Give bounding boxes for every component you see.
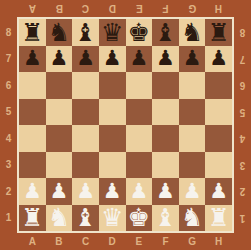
square-e1[interactable]: ♚: [126, 205, 153, 232]
square-a2[interactable]: ♟: [19, 178, 46, 205]
square-g3[interactable]: [179, 152, 206, 179]
piece-white-pawn[interactable]: ♟: [50, 181, 69, 202]
square-e5[interactable]: [126, 99, 153, 126]
piece-white-bishop[interactable]: ♝: [154, 205, 176, 230]
square-e2[interactable]: ♟: [126, 178, 153, 205]
piece-white-king[interactable]: ♚: [128, 205, 150, 230]
coordinate-label: 4: [0, 125, 17, 152]
piece-white-pawn[interactable]: ♟: [76, 181, 95, 202]
coordinate-label: C: [72, 0, 99, 17]
piece-black-rook[interactable]: ♜: [207, 20, 229, 45]
square-d3[interactable]: [99, 152, 126, 179]
piece-black-pawn[interactable]: ♟: [183, 48, 202, 69]
square-a5[interactable]: [19, 99, 46, 126]
coordinate-label: H: [205, 0, 232, 17]
board-grid: ♜♞♝♛♚♝♞♜♟♟♟♟♟♟♟♟♟♟♟♟♟♟♟♟♜♞♝♛♚♝♞♜: [19, 19, 232, 231]
rank-labels-left: 87654321: [0, 19, 17, 231]
square-g2[interactable]: ♟: [179, 178, 206, 205]
square-a6[interactable]: [19, 72, 46, 99]
coordinate-label: 3: [0, 152, 17, 179]
square-h7[interactable]: ♟: [205, 46, 232, 73]
square-h3[interactable]: [205, 152, 232, 179]
square-c7[interactable]: ♟: [72, 46, 99, 73]
square-d6[interactable]: [99, 72, 126, 99]
coordinate-label: 5: [234, 99, 251, 126]
square-a3[interactable]: [19, 152, 46, 179]
square-h6[interactable]: [205, 72, 232, 99]
piece-white-pawn[interactable]: ♟: [129, 181, 148, 202]
square-d8[interactable]: ♛: [99, 19, 126, 46]
square-f3[interactable]: [152, 152, 179, 179]
coordinate-label: G: [179, 233, 206, 250]
coordinate-label: B: [46, 233, 73, 250]
square-f5[interactable]: [152, 99, 179, 126]
coordinate-label: F: [152, 0, 179, 17]
square-e4[interactable]: [126, 125, 153, 152]
square-b8[interactable]: ♞: [46, 19, 73, 46]
square-h1[interactable]: ♜: [205, 205, 232, 232]
piece-white-knight[interactable]: ♞: [181, 205, 203, 230]
coordinate-label: 6: [234, 72, 251, 99]
coordinate-label: 6: [0, 72, 17, 99]
square-c1[interactable]: ♝: [72, 205, 99, 232]
square-b4[interactable]: [46, 125, 73, 152]
piece-white-bishop[interactable]: ♝: [74, 205, 96, 230]
square-d5[interactable]: [99, 99, 126, 126]
coordinate-label: 5: [0, 99, 17, 126]
square-c3[interactable]: [72, 152, 99, 179]
coordinate-label: 3: [234, 152, 251, 179]
square-h2[interactable]: ♟: [205, 178, 232, 205]
piece-white-pawn[interactable]: ♟: [156, 181, 175, 202]
piece-black-pawn[interactable]: ♟: [23, 48, 42, 69]
coordinate-label: 8: [0, 19, 17, 46]
square-b7[interactable]: ♟: [46, 46, 73, 73]
piece-black-bishop[interactable]: ♝: [74, 20, 96, 45]
piece-white-pawn[interactable]: ♟: [23, 181, 42, 202]
square-b5[interactable]: [46, 99, 73, 126]
piece-black-knight[interactable]: ♞: [48, 20, 70, 45]
piece-black-pawn[interactable]: ♟: [76, 48, 95, 69]
piece-white-pawn[interactable]: ♟: [209, 181, 228, 202]
coordinate-label: 1: [0, 205, 17, 232]
square-b1[interactable]: ♞: [46, 205, 73, 232]
square-h8[interactable]: ♜: [205, 19, 232, 46]
piece-black-king[interactable]: ♚: [128, 20, 150, 45]
piece-black-pawn[interactable]: ♟: [50, 48, 69, 69]
coordinate-label: B: [46, 0, 73, 17]
square-g5[interactable]: [179, 99, 206, 126]
file-labels-top: ABCDEFGH: [19, 0, 232, 17]
square-a4[interactable]: [19, 125, 46, 152]
square-g4[interactable]: [179, 125, 206, 152]
square-e3[interactable]: [126, 152, 153, 179]
square-b6[interactable]: [46, 72, 73, 99]
coordinate-label: 2: [234, 178, 251, 205]
square-b3[interactable]: [46, 152, 73, 179]
piece-black-pawn[interactable]: ♟: [156, 48, 175, 69]
coordinate-label: 7: [234, 46, 251, 73]
square-f7[interactable]: ♟: [152, 46, 179, 73]
coordinate-label: G: [179, 0, 206, 17]
square-f6[interactable]: [152, 72, 179, 99]
coordinate-label: 2: [0, 178, 17, 205]
coordinate-label: 1: [234, 205, 251, 232]
board-inner-line: ♜♞♝♛♚♝♞♜♟♟♟♟♟♟♟♟♟♟♟♟♟♟♟♟♜♞♝♛♚♝♞♜: [17, 17, 234, 233]
coordinate-label: A: [19, 0, 46, 17]
piece-white-knight[interactable]: ♞: [48, 205, 70, 230]
coordinate-label: C: [72, 233, 99, 250]
rank-labels-right: 87654321: [234, 19, 251, 231]
coordinate-label: 8: [234, 19, 251, 46]
piece-white-pawn[interactable]: ♟: [103, 181, 122, 202]
coordinate-label: A: [19, 233, 46, 250]
square-g8[interactable]: ♞: [179, 19, 206, 46]
square-e6[interactable]: [126, 72, 153, 99]
piece-black-bishop[interactable]: ♝: [154, 20, 176, 45]
coordinate-label: 4: [234, 125, 251, 152]
square-h5[interactable]: [205, 99, 232, 126]
coordinate-label: 7: [0, 46, 17, 73]
square-c4[interactable]: [72, 125, 99, 152]
piece-black-rook[interactable]: ♜: [21, 20, 43, 45]
coordinate-label: F: [152, 233, 179, 250]
square-b2[interactable]: ♟: [46, 178, 73, 205]
square-e8[interactable]: ♚: [126, 19, 153, 46]
square-h4[interactable]: [205, 125, 232, 152]
square-d1[interactable]: ♛: [99, 205, 126, 232]
piece-black-queen[interactable]: ♛: [101, 20, 123, 45]
coordinate-label: E: [126, 0, 153, 17]
piece-white-rook[interactable]: ♜: [207, 205, 229, 230]
piece-black-pawn[interactable]: ♟: [209, 48, 228, 69]
square-g7[interactable]: ♟: [179, 46, 206, 73]
piece-black-knight[interactable]: ♞: [181, 20, 203, 45]
piece-black-pawn[interactable]: ♟: [129, 48, 148, 69]
square-c5[interactable]: [72, 99, 99, 126]
coordinate-label: D: [99, 0, 126, 17]
square-f8[interactable]: ♝: [152, 19, 179, 46]
square-d2[interactable]: ♟: [99, 178, 126, 205]
square-a1[interactable]: ♜: [19, 205, 46, 232]
piece-white-pawn[interactable]: ♟: [183, 181, 202, 202]
coordinate-label: D: [99, 233, 126, 250]
square-a7[interactable]: ♟: [19, 46, 46, 73]
square-c2[interactable]: ♟: [72, 178, 99, 205]
square-f2[interactable]: ♟: [152, 178, 179, 205]
coordinate-label: H: [205, 233, 232, 250]
square-e7[interactable]: ♟: [126, 46, 153, 73]
square-a8[interactable]: ♜: [19, 19, 46, 46]
square-c6[interactable]: [72, 72, 99, 99]
square-c8[interactable]: ♝: [72, 19, 99, 46]
square-g6[interactable]: [179, 72, 206, 99]
chessboard-frame: ABCDEFGH ABCDEFGH 87654321 87654321 ♜♞♝♛…: [0, 0, 251, 250]
square-f1[interactable]: ♝: [152, 205, 179, 232]
square-d7[interactable]: ♟: [99, 46, 126, 73]
piece-white-queen[interactable]: ♛: [101, 205, 123, 230]
piece-black-pawn[interactable]: ♟: [103, 48, 122, 69]
square-g1[interactable]: ♞: [179, 205, 206, 232]
file-labels-bottom: ABCDEFGH: [19, 233, 232, 250]
square-f4[interactable]: [152, 125, 179, 152]
piece-white-rook[interactable]: ♜: [21, 205, 43, 230]
coordinate-label: E: [126, 233, 153, 250]
square-d4[interactable]: [99, 125, 126, 152]
